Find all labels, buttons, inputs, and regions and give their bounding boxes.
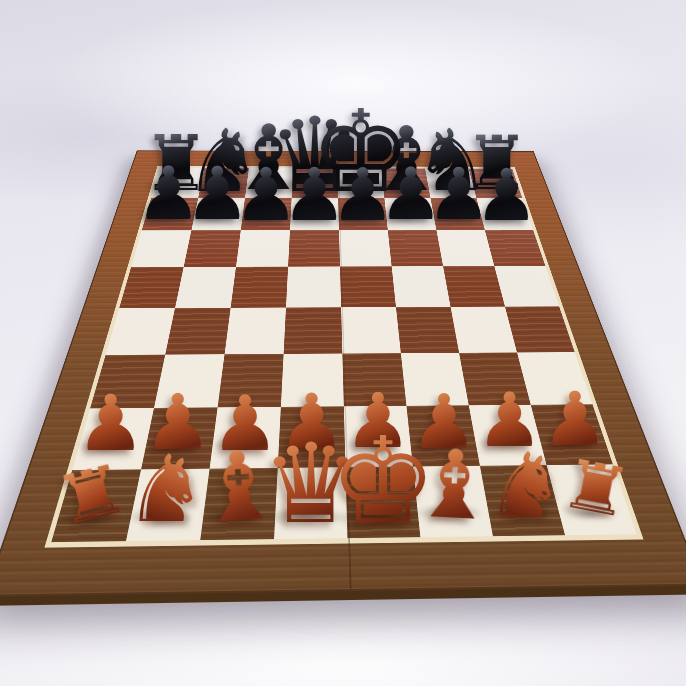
square-e6: [339, 230, 392, 266]
square-b3: [154, 354, 225, 408]
square-b1: [126, 469, 210, 541]
square-h4: [505, 306, 575, 352]
square-f2: [406, 405, 479, 466]
square-a8: [151, 168, 204, 197]
square-e7: [338, 198, 388, 231]
square-f3: [401, 353, 469, 406]
square-d8: [292, 168, 338, 197]
square-c3: [218, 354, 284, 407]
square-e3: [342, 353, 406, 406]
board-perspective-wrap: [0, 0, 686, 686]
square-a6: [131, 230, 191, 267]
square-f8: [381, 168, 430, 197]
square-f7: [384, 198, 436, 230]
square-h5: [494, 266, 559, 307]
square-a7: [142, 198, 198, 231]
square-c2: [210, 407, 281, 469]
square-c7: [241, 198, 292, 231]
square-d7: [290, 198, 339, 231]
square-h6: [485, 230, 546, 266]
square-d6: [288, 230, 340, 266]
square-c1: [200, 468, 277, 540]
photo-backdrop-cloth: ♜♞♝♛♚♝♞♜♟♟♟♟♟♟♟♟♟♟♟♟♟♟♟♟♜♞♝♛♚♝♞♜: [0, 0, 686, 686]
square-f5: [392, 266, 451, 307]
square-c6: [236, 230, 290, 267]
square-b2: [141, 407, 218, 469]
square-e2: [344, 406, 413, 467]
chess-board: [0, 150, 686, 596]
square-c4: [225, 308, 286, 355]
square-g8: [425, 169, 476, 198]
square-h8: [469, 169, 522, 198]
square-b4: [165, 308, 230, 355]
square-e1: [345, 466, 420, 538]
square-h7: [476, 198, 533, 230]
square-b8: [198, 168, 249, 197]
square-f6: [388, 230, 443, 266]
square-c5: [231, 267, 288, 308]
square-f4: [396, 307, 459, 353]
square-e8: [337, 168, 384, 197]
square-d3: [281, 354, 344, 407]
square-e5: [340, 266, 396, 307]
square-d4: [284, 307, 343, 354]
square-e4: [341, 307, 401, 353]
square-d2: [278, 406, 346, 468]
square-h3: [517, 352, 592, 405]
square-b5: [175, 267, 236, 308]
square-d5: [286, 266, 341, 307]
square-c8: [245, 168, 293, 197]
square-a5: [119, 267, 184, 308]
square-a4: [106, 308, 175, 355]
squares-grid: [44, 166, 643, 547]
square-b6: [184, 230, 241, 267]
square-d1: [274, 467, 347, 539]
square-b7: [191, 198, 245, 231]
square-a3: [90, 355, 165, 409]
